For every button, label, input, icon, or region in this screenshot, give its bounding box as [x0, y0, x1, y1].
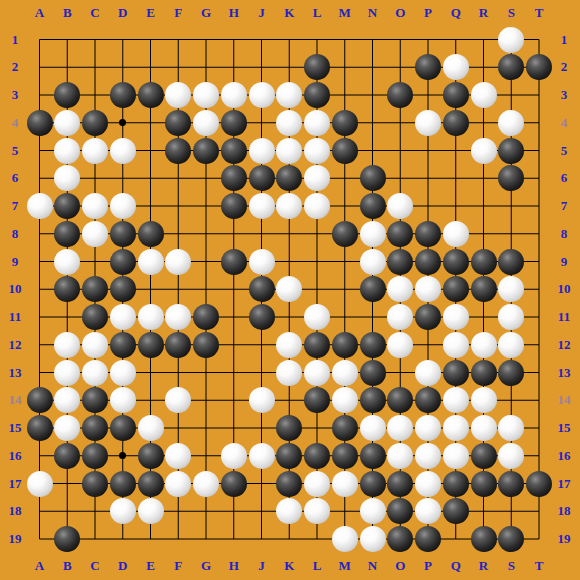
stone-black: [221, 249, 247, 275]
col-label-bottom: M: [339, 558, 351, 574]
row-label-right: 13: [558, 365, 571, 381]
stone-black: [110, 332, 136, 358]
col-label-top: P: [424, 5, 432, 21]
stone-white: [82, 193, 108, 219]
stone-black: [498, 471, 524, 497]
stone-white: [193, 110, 219, 136]
stone-black: [276, 443, 302, 469]
stone-black: [304, 332, 330, 358]
stone-black: [360, 276, 386, 302]
stone-black: [471, 276, 497, 302]
stone-white: [82, 360, 108, 386]
stone-white: [110, 498, 136, 524]
stone-black: [387, 471, 413, 497]
stone-black: [332, 110, 358, 136]
stone-white: [415, 443, 441, 469]
row-label-left: 18: [9, 503, 22, 519]
stone-white: [443, 221, 469, 247]
stone-white: [443, 304, 469, 330]
stone-white: [471, 332, 497, 358]
stone-black: [304, 82, 330, 108]
col-label-top: A: [35, 5, 44, 21]
go-board[interactable]: ABCDEFGHJKLMNOPQRST ABCDEFGHJKLMNOPQRST …: [0, 0, 580, 580]
stone-black: [138, 82, 164, 108]
stone-black: [498, 249, 524, 275]
stone-white: [110, 387, 136, 413]
row-label-left: 7: [12, 198, 19, 214]
stone-black: [82, 110, 108, 136]
stone-white: [276, 138, 302, 164]
stone-black: [332, 415, 358, 441]
col-label-bottom: R: [479, 558, 488, 574]
stone-white: [138, 304, 164, 330]
stone-black: [498, 360, 524, 386]
stone-black: [332, 221, 358, 247]
stone-white: [276, 360, 302, 386]
col-label-top: N: [368, 5, 377, 21]
stone-white: [387, 332, 413, 358]
stone-white: [249, 249, 275, 275]
stone-white: [360, 526, 386, 552]
col-label-top: H: [229, 5, 239, 21]
stone-black: [415, 526, 441, 552]
stone-black: [387, 249, 413, 275]
stone-white: [54, 332, 80, 358]
stone-white: [360, 249, 386, 275]
stone-white: [110, 193, 136, 219]
col-label-bottom: O: [395, 558, 405, 574]
stone-black: [138, 471, 164, 497]
stone-white: [82, 221, 108, 247]
stone-black: [193, 332, 219, 358]
stone-white: [138, 249, 164, 275]
row-label-right: 10: [558, 281, 571, 297]
row-label-left: 8: [12, 226, 19, 242]
stone-black: [110, 249, 136, 275]
stone-white: [27, 471, 53, 497]
row-label-left: 13: [9, 365, 22, 381]
stone-black: [82, 471, 108, 497]
stone-black: [443, 249, 469, 275]
stone-white: [221, 443, 247, 469]
stone-black: [471, 526, 497, 552]
col-label-bottom: Q: [451, 558, 461, 574]
stone-white: [387, 443, 413, 469]
stone-black: [54, 443, 80, 469]
row-label-left: 12: [9, 337, 22, 353]
stone-black: [110, 276, 136, 302]
stone-black: [138, 332, 164, 358]
stone-white: [249, 138, 275, 164]
stone-white: [498, 443, 524, 469]
stone-black: [221, 471, 247, 497]
col-label-top: J: [258, 5, 265, 21]
stone-black: [54, 221, 80, 247]
stone-white: [332, 471, 358, 497]
stone-black: [82, 443, 108, 469]
stone-white: [138, 415, 164, 441]
stone-white: [304, 360, 330, 386]
row-label-right: 3: [561, 87, 568, 103]
stone-black: [110, 415, 136, 441]
row-label-right: 16: [558, 448, 571, 464]
stone-black: [138, 221, 164, 247]
row-label-left: 14: [9, 392, 22, 408]
stone-black: [471, 249, 497, 275]
stone-white: [443, 332, 469, 358]
stone-black: [360, 332, 386, 358]
stone-black: [138, 443, 164, 469]
row-label-left: 5: [12, 143, 19, 159]
stone-black: [443, 471, 469, 497]
stone-black: [471, 443, 497, 469]
row-label-right: 17: [558, 476, 571, 492]
stone-white: [304, 304, 330, 330]
stone-black: [443, 110, 469, 136]
col-label-top: F: [174, 5, 182, 21]
stone-white: [54, 249, 80, 275]
stone-white: [415, 360, 441, 386]
stone-white: [360, 415, 386, 441]
stone-white: [221, 82, 247, 108]
stone-white: [332, 360, 358, 386]
stone-black: [471, 471, 497, 497]
stone-white: [82, 138, 108, 164]
col-label-bottom: B: [63, 558, 72, 574]
col-label-top: C: [90, 5, 99, 21]
col-label-bottom: S: [508, 558, 515, 574]
col-label-top: E: [146, 5, 155, 21]
stone-black: [249, 276, 275, 302]
col-label-bottom: F: [174, 558, 182, 574]
stone-white: [193, 471, 219, 497]
stone-black: [360, 360, 386, 386]
stone-black: [443, 82, 469, 108]
stone-white: [415, 415, 441, 441]
stone-white: [304, 471, 330, 497]
stone-black: [443, 360, 469, 386]
col-label-bottom: C: [90, 558, 99, 574]
stone-black: [276, 471, 302, 497]
col-label-top: O: [395, 5, 405, 21]
col-label-bottom: E: [146, 558, 155, 574]
col-label-top: T: [535, 5, 544, 21]
stone-black: [82, 304, 108, 330]
stone-white: [110, 304, 136, 330]
row-label-right: 14: [558, 392, 571, 408]
col-label-top: B: [63, 5, 72, 21]
go-app-window: { "game": "go", "board_size": 19, "coord…: [0, 0, 580, 580]
stone-black: [193, 304, 219, 330]
row-label-left: 16: [9, 448, 22, 464]
col-label-top: S: [508, 5, 515, 21]
row-label-right: 4: [561, 115, 568, 131]
col-label-top: M: [339, 5, 351, 21]
stone-black: [360, 443, 386, 469]
col-label-bottom: J: [258, 558, 265, 574]
stone-black: [165, 110, 191, 136]
row-label-left: 9: [12, 254, 19, 270]
row-label-right: 7: [561, 198, 568, 214]
stone-black: [471, 360, 497, 386]
row-label-left: 6: [12, 170, 19, 186]
stone-black: [27, 110, 53, 136]
row-label-right: 15: [558, 420, 571, 436]
stone-white: [443, 415, 469, 441]
col-label-bottom: G: [201, 558, 211, 574]
stone-black: [415, 304, 441, 330]
stone-white: [332, 526, 358, 552]
stone-black: [415, 221, 441, 247]
row-label-right: 19: [558, 531, 571, 547]
stone-white: [304, 138, 330, 164]
stone-white: [54, 110, 80, 136]
stone-white: [110, 360, 136, 386]
row-label-left: 11: [9, 309, 21, 325]
col-label-bottom: L: [313, 558, 322, 574]
stone-white: [471, 415, 497, 441]
stone-black: [110, 471, 136, 497]
stone-white: [443, 54, 469, 80]
stone-white: [82, 332, 108, 358]
row-label-left: 10: [9, 281, 22, 297]
stone-white: [165, 443, 191, 469]
stone-white: [443, 443, 469, 469]
stone-white: [193, 82, 219, 108]
stone-white: [249, 443, 275, 469]
stone-white: [249, 82, 275, 108]
stone-black: [110, 221, 136, 247]
stone-black: [360, 165, 386, 191]
row-label-right: 11: [558, 309, 570, 325]
stone-black: [332, 138, 358, 164]
stone-black: [304, 443, 330, 469]
stone-black: [221, 110, 247, 136]
stone-black: [165, 138, 191, 164]
stone-white: [110, 138, 136, 164]
stone-black: [498, 138, 524, 164]
stone-black: [332, 332, 358, 358]
col-label-bottom: P: [424, 558, 432, 574]
stone-white: [165, 471, 191, 497]
stone-black: [415, 249, 441, 275]
stone-black: [443, 276, 469, 302]
col-label-bottom: H: [229, 558, 239, 574]
stone-white: [332, 387, 358, 413]
stone-black: [360, 471, 386, 497]
col-label-bottom: A: [35, 558, 44, 574]
row-label-right: 6: [561, 170, 568, 186]
stone-white: [415, 471, 441, 497]
stone-black: [110, 82, 136, 108]
col-label-bottom: D: [118, 558, 127, 574]
stone-white: [276, 110, 302, 136]
col-label-top: Q: [451, 5, 461, 21]
stone-white: [471, 82, 497, 108]
stone-white: [498, 27, 524, 53]
stone-black: [82, 415, 108, 441]
row-label-left: 4: [12, 115, 19, 131]
row-label-left: 2: [12, 59, 19, 75]
stone-white: [498, 332, 524, 358]
stone-white: [27, 193, 53, 219]
col-label-bottom: T: [535, 558, 544, 574]
stone-black: [443, 498, 469, 524]
row-label-left: 1: [12, 32, 19, 48]
row-label-right: 12: [558, 337, 571, 353]
col-label-bottom: N: [368, 558, 377, 574]
stone-black: [193, 138, 219, 164]
stone-white: [276, 332, 302, 358]
row-label-left: 15: [9, 420, 22, 436]
stone-white: [498, 110, 524, 136]
stone-white: [165, 249, 191, 275]
stone-black: [249, 304, 275, 330]
stone-black: [332, 443, 358, 469]
stone-white: [304, 193, 330, 219]
col-label-top: D: [118, 5, 127, 21]
stone-white: [471, 387, 497, 413]
stone-black: [221, 138, 247, 164]
col-label-top: G: [201, 5, 211, 21]
stone-black: [360, 387, 386, 413]
stone-black: [165, 332, 191, 358]
stone-white: [443, 387, 469, 413]
stone-white: [360, 221, 386, 247]
stone-black: [221, 193, 247, 219]
stone-black: [249, 165, 275, 191]
stone-black: [27, 387, 53, 413]
stone-white: [471, 138, 497, 164]
col-label-top: K: [284, 5, 294, 21]
stone-black: [27, 415, 53, 441]
row-label-right: 2: [561, 59, 568, 75]
stone-black: [221, 165, 247, 191]
stone-black: [526, 471, 552, 497]
row-label-right: 5: [561, 143, 568, 159]
stone-white: [249, 387, 275, 413]
stone-white: [249, 193, 275, 219]
stone-white: [415, 110, 441, 136]
stone-white: [54, 138, 80, 164]
row-label-right: 1: [561, 32, 568, 48]
stone-white: [54, 360, 80, 386]
row-label-left: 19: [9, 531, 22, 547]
stone-black: [387, 221, 413, 247]
col-label-top: L: [313, 5, 322, 21]
stone-black: [360, 193, 386, 219]
row-label-right: 8: [561, 226, 568, 242]
row-label-right: 18: [558, 503, 571, 519]
col-label-bottom: K: [284, 558, 294, 574]
col-label-top: R: [479, 5, 488, 21]
row-label-left: 17: [9, 476, 22, 492]
stone-white: [360, 498, 386, 524]
row-label-right: 9: [561, 254, 568, 270]
row-label-left: 3: [12, 87, 19, 103]
stone-white: [304, 110, 330, 136]
stone-white: [138, 498, 164, 524]
